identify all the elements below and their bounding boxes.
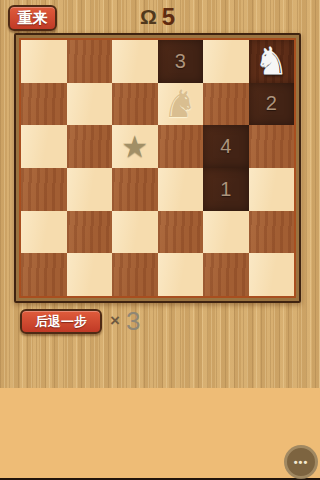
board-square-r4c3[interactable] (112, 168, 158, 211)
visited-number: 1 (220, 178, 231, 201)
board-square-r6c4[interactable] (158, 253, 204, 296)
board-square-r2c3[interactable] (112, 83, 158, 126)
board-square-r1c6[interactable]: ♞ (249, 40, 295, 83)
board-square-r3c1[interactable] (21, 125, 67, 168)
board-square-r5c5[interactable] (203, 211, 249, 254)
flat-bottom-panel (0, 388, 320, 478)
undo-count: 3 (126, 305, 140, 337)
board-square-r4c1[interactable] (21, 168, 67, 211)
moves-left-count: 5 (162, 3, 175, 31)
times-symbol: × (110, 306, 120, 336)
board-square-r1c5[interactable] (203, 40, 249, 83)
restart-button-label: 重来 (18, 9, 48, 28)
visited-number: 3 (175, 50, 186, 73)
board-square-r6c2[interactable] (67, 253, 113, 296)
board-wood-border: 3♞♞2★41 (16, 35, 299, 301)
horseshoe-icon: Ω (140, 3, 157, 31)
board-square-r1c1[interactable] (21, 40, 67, 83)
more-options-button[interactable]: ••• (284, 445, 318, 479)
restart-button[interactable]: 重来 (8, 5, 57, 31)
app-screen: 重来 Ω 5 3♞♞2★41 后退一步 × 3 ••• (0, 0, 320, 480)
board-square-r2c6[interactable]: 2 (249, 83, 295, 126)
board-square-r5c3[interactable] (112, 211, 158, 254)
board-square-r3c6[interactable] (249, 125, 295, 168)
board-square-r4c6[interactable] (249, 168, 295, 211)
target-star-icon: ★ (121, 132, 148, 162)
hint-knight-icon: ♞ (163, 85, 197, 123)
board-square-r2c4[interactable]: ♞ (158, 83, 204, 126)
board-square-r4c4[interactable] (158, 168, 204, 211)
board-square-r5c6[interactable] (249, 211, 295, 254)
board-square-r6c1[interactable] (21, 253, 67, 296)
board-square-r5c4[interactable] (158, 211, 204, 254)
board-square-r4c2[interactable] (67, 168, 113, 211)
white-knight-icon[interactable]: ♞ (254, 42, 288, 80)
board-square-r5c2[interactable] (67, 211, 113, 254)
undo-button[interactable]: 后退一步 (20, 309, 102, 334)
board-square-r2c1[interactable] (21, 83, 67, 126)
chess-board: 3♞♞2★41 (14, 33, 301, 303)
visited-number: 2 (266, 92, 277, 115)
board-grid: 3♞♞2★41 (19, 38, 296, 298)
board-square-r5c1[interactable] (21, 211, 67, 254)
board-square-r6c3[interactable] (112, 253, 158, 296)
undo-remaining: × 3 (110, 305, 140, 337)
board-square-r1c2[interactable] (67, 40, 113, 83)
board-square-r6c6[interactable] (249, 253, 295, 296)
board-square-r3c4[interactable] (158, 125, 204, 168)
board-square-r1c3[interactable] (112, 40, 158, 83)
board-square-r2c5[interactable] (203, 83, 249, 126)
moves-counter: Ω 5 (140, 3, 175, 31)
board-square-r3c3[interactable]: ★ (112, 125, 158, 168)
undo-button-label: 后退一步 (35, 313, 87, 331)
board-square-r4c5[interactable]: 1 (203, 168, 249, 211)
board-square-r2c2[interactable] (67, 83, 113, 126)
board-square-r1c4[interactable]: 3 (158, 40, 204, 83)
ellipsis-icon: ••• (294, 457, 309, 467)
board-square-r6c5[interactable] (203, 253, 249, 296)
board-square-r3c2[interactable] (67, 125, 113, 168)
board-square-r3c5[interactable]: 4 (203, 125, 249, 168)
visited-number: 4 (220, 135, 231, 158)
